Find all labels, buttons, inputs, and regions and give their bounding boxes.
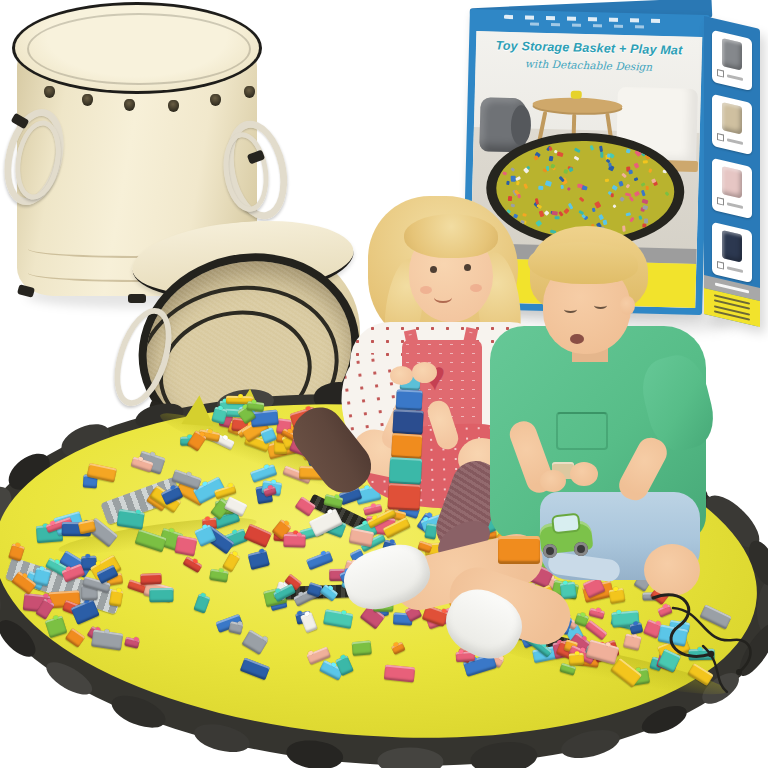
- ventilation-hole: [44, 86, 55, 98]
- toy-block: [228, 621, 243, 635]
- box-mat-block-dot: [548, 146, 553, 151]
- tower-block: [392, 409, 423, 435]
- boy-hand: [540, 470, 566, 492]
- box-mat-block-dot: [633, 163, 639, 169]
- toy-block: [149, 588, 173, 602]
- swatch-label: [727, 202, 743, 209]
- box-mat-block-dot: [509, 154, 514, 158]
- box-mat-block-dot: [662, 170, 667, 174]
- product-photo-scene: Toy Storage Basket + Play Mat with Detac…: [0, 0, 768, 768]
- boy-ear: [620, 296, 635, 315]
- box-top-print-marks: [504, 15, 672, 23]
- box-mat-block-dot: [648, 169, 652, 174]
- swatch-label: [727, 74, 743, 81]
- box-mat-block-dot: [578, 197, 584, 203]
- toy-block: [247, 400, 265, 411]
- box-mat-block-dot: [563, 208, 569, 214]
- box-top-print-marks: [530, 22, 648, 28]
- box-mat-block-dot: [644, 218, 648, 223]
- toy-on-table: [571, 91, 582, 99]
- boy-eye-right: [594, 302, 607, 309]
- box-mat-block-dot: [665, 192, 669, 196]
- swatch-basket-image: [722, 166, 742, 199]
- box-mat-block-dot: [605, 179, 609, 183]
- box-mat-block-dot: [506, 209, 511, 214]
- box-mat-block-dot: [506, 153, 512, 159]
- box-mat-block-dot: [544, 210, 550, 216]
- basket-color-swatch-beige: [712, 94, 752, 155]
- basket-color-swatch-navy: [712, 222, 752, 283]
- box-mat-block-dot: [551, 211, 557, 216]
- toy-block: [568, 652, 584, 665]
- box-mat-block-dot: [549, 156, 554, 161]
- box-mat-block-dot: [634, 191, 640, 197]
- boy-shirt-pocket: [556, 412, 608, 450]
- toy-block: [608, 588, 625, 604]
- box-mat-block-dot: [621, 173, 627, 178]
- drawstring-cords: [645, 580, 765, 700]
- toy-block: [117, 509, 146, 530]
- girl-cheek: [420, 286, 432, 294]
- box-mat-block-dot: [561, 184, 564, 188]
- box-mat-block-dot: [568, 203, 573, 209]
- swatch-label: [727, 266, 743, 273]
- ventilation-hole: [124, 99, 135, 111]
- box-mat-block-dot: [592, 208, 596, 212]
- toy-car-wheel: [543, 544, 557, 558]
- boy-eye-left: [564, 306, 577, 313]
- box-mat-block-dot: [535, 219, 542, 226]
- tower-block: [387, 483, 420, 511]
- swatch-checkbox: [717, 261, 724, 270]
- basket-color-swatch-pink: [712, 158, 752, 219]
- boy-hand: [570, 462, 598, 486]
- swatch-checkbox: [717, 133, 724, 142]
- block-tower: [386, 373, 427, 511]
- box-mat-block-dot: [641, 198, 648, 204]
- box-mat-block-dot: [559, 211, 564, 216]
- toy-car-wheel: [574, 542, 588, 556]
- swatch-checkbox: [717, 197, 724, 206]
- box-mat-block-dot: [506, 180, 510, 184]
- box-mat-block-dot: [510, 167, 515, 172]
- boy-mouth: [570, 334, 584, 344]
- box-mat-block-dot: [643, 160, 648, 163]
- box-mat-block-dot: [599, 145, 603, 151]
- basket-color-swatch-grey: [712, 30, 752, 91]
- girl-hand: [412, 362, 437, 383]
- toy-block: [384, 665, 416, 683]
- box-mat-block-dot: [520, 220, 525, 225]
- girl-bangs: [404, 214, 498, 258]
- box-mat-block-dot: [628, 169, 632, 174]
- ventilation-hole: [82, 94, 93, 106]
- girl-eye-left: [430, 266, 437, 273]
- swatch-basket-image: [722, 38, 742, 71]
- toy-block: [175, 535, 198, 556]
- box-mat-block-dot: [545, 180, 552, 186]
- box-mat-block-dot: [618, 180, 623, 186]
- box-mat-block-dot: [526, 226, 531, 233]
- box-side-panel: [704, 16, 760, 327]
- ventilation-hole: [244, 86, 255, 98]
- box-mat-block-dot: [640, 190, 645, 197]
- box-mat-block-dot: [506, 153, 513, 158]
- box-mat-block-dot: [647, 150, 653, 154]
- box-mat-block-dot: [619, 196, 624, 202]
- ventilation-hole: [168, 100, 179, 112]
- box-mat-block-dot: [568, 167, 574, 173]
- girl-cheek: [470, 284, 482, 292]
- girl-eye-right: [464, 264, 471, 271]
- box-mat-block-dot: [628, 196, 633, 201]
- box-mat-block-dot: [502, 171, 507, 175]
- swatch-checkbox: [717, 69, 724, 78]
- box-mat-block-dot: [601, 151, 604, 157]
- box-mat-block-dot: [625, 184, 630, 189]
- box-mat-block-dot: [573, 156, 578, 161]
- box-mat-block-dot: [566, 187, 570, 191]
- box-mat-block-dot: [589, 145, 594, 151]
- box-mat-block-dot: [535, 198, 539, 204]
- swatch-basket-image: [722, 230, 742, 263]
- swatch-label: [727, 138, 743, 145]
- toy-block: [352, 641, 372, 656]
- box-grey-basket-image: [479, 97, 526, 152]
- ventilation-hole: [210, 94, 221, 106]
- box-mat-block-dot: [635, 149, 642, 157]
- box-mat-block-dot: [646, 185, 649, 189]
- basket-lid-zipper-ring: [27, 13, 251, 85]
- box-mat-block-dot: [602, 219, 607, 225]
- box-mat-block-dot: [574, 147, 581, 152]
- tower-block: [389, 457, 422, 485]
- girl-smile: [434, 292, 452, 303]
- swatch-basket-image: [722, 102, 742, 135]
- box-mat-block-dot: [538, 186, 543, 190]
- box-mat-block-dot: [556, 152, 563, 157]
- box-mat-block-dot: [613, 204, 618, 209]
- box-mat-block-dot: [554, 216, 559, 220]
- box-mat-block-dot: [634, 177, 639, 181]
- toy-block: [141, 573, 162, 584]
- mat-fold-peak: [181, 394, 215, 426]
- box-mat-block-dot: [645, 154, 651, 160]
- box-mat-block-dot: [611, 193, 614, 197]
- box-mat-block-dot: [594, 201, 601, 208]
- box-mat-block-dot: [612, 185, 618, 191]
- box-mat-block-dot: [517, 194, 521, 198]
- boy-fringe: [528, 242, 638, 284]
- box-mat-block-dot: [510, 203, 515, 207]
- tower-block: [396, 389, 423, 410]
- girl-hand: [390, 366, 413, 385]
- box-mat-block-dot: [630, 217, 636, 223]
- box-mat-block-dot: [516, 181, 520, 185]
- box-mat-block-dot: [523, 183, 528, 188]
- box-mat-block-dot: [513, 213, 519, 219]
- toy-block: [91, 629, 123, 650]
- box-mat-block-dot: [607, 154, 611, 158]
- orange-brick: [498, 536, 540, 564]
- tower-block: [391, 433, 422, 459]
- toy-car-window: [551, 513, 581, 535]
- box-mat-block-dot: [625, 212, 630, 216]
- box-mat-block-dot: [508, 196, 512, 201]
- box-mat-block-dot: [626, 148, 631, 153]
- box-mat-block-dot: [642, 223, 646, 227]
- box-mat-block-dot: [654, 225, 659, 230]
- box-mat-block-dot: [501, 215, 507, 221]
- box-mat-block-dot: [623, 226, 626, 232]
- box-mat-block-dot: [563, 169, 567, 174]
- box-mat-block-dot: [639, 215, 643, 220]
- box-mat-block-dot: [523, 213, 527, 217]
- toy-block: [284, 534, 307, 547]
- box-mat-block-dot: [533, 155, 539, 160]
- toy-block: [251, 410, 279, 427]
